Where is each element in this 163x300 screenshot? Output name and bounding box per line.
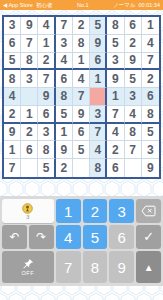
cell-r2c3[interactable]: 1 [38,35,55,53]
cell-r6c8[interactable]: 4 [125,106,142,124]
cell-r1c4[interactable]: 7 [56,17,73,35]
cell-r9c2[interactable] [21,159,38,177]
backspace-button[interactable] [136,199,161,223]
digit-4-button[interactable]: 4 [56,225,81,249]
cell-r7c1[interactable]: 9 [4,124,21,142]
cell-r5c2[interactable] [21,88,38,106]
cell-r2c2[interactable]: 7 [21,35,38,53]
collapse-keypad-button[interactable] [136,251,161,283]
redo-icon [36,231,46,243]
digit-6-button[interactable]: 6 [109,225,134,249]
cell-r6c1[interactable]: 2 [4,106,21,124]
cell-r5c7[interactable]: 1 [107,88,124,106]
cell-r2c9[interactable]: 4 [142,35,159,53]
cell-r3c4[interactable]: 4 [56,53,73,71]
cell-r3c3[interactable]: 2 [38,53,55,71]
cell-r3c5[interactable]: 1 [73,53,90,71]
cell-r7c3[interactable]: 3 [38,124,55,142]
cell-r7c6[interactable]: 7 [90,124,107,142]
cell-r5c9[interactable]: 6 [142,88,159,106]
digit-1-button[interactable]: 1 [56,199,81,223]
mode-label: ノーマル [113,0,135,10]
cell-r6c5[interactable]: 9 [73,106,90,124]
digit-3-button[interactable]: 3 [109,199,134,223]
cell-r6c6[interactable]: 3 [90,106,107,124]
check-icon [143,231,154,243]
header-bar: ◀ App Store 初心者 No.1 ノーマル 00:01:34 [0,0,163,10]
cell-r4c8[interactable]: 5 [125,70,142,88]
cell-r4c7[interactable]: 9 [107,70,124,88]
cell-r1c1[interactable]: 3 [4,17,21,35]
back-to-app-link[interactable]: ◀ App Store [3,0,33,10]
digit-9-button[interactable]: 9 [109,251,134,283]
puzzle-number: No.1 [77,0,89,10]
cell-r2c1[interactable]: 6 [4,35,21,53]
cell-r4c3[interactable]: 7 [38,70,55,88]
keypad-panel: 3 1 2 3 4 5 6 OFF 7 8 9 [0,196,163,286]
cell-r1c9[interactable]: 1 [142,17,159,35]
cell-r9c6[interactable]: 8 [90,159,107,177]
cell-r6c2[interactable]: 1 [21,106,38,124]
cell-r3c1[interactable]: 5 [4,53,21,71]
level-label: 初心者 [36,0,53,10]
cell-r3c8[interactable]: 9 [125,53,142,71]
hint-coin-icon [22,203,33,214]
cell-r7c4[interactable]: 1 [56,124,73,142]
cell-r6c4[interactable]: 5 [56,106,73,124]
cell-r1c8[interactable]: 6 [125,17,142,35]
cell-r7c8[interactable]: 8 [125,124,142,142]
cell-r7c2[interactable]: 2 [21,124,38,142]
cell-r6c9[interactable]: 8 [142,106,159,124]
digit-7-button[interactable]: 7 [56,251,81,283]
cell-r4c5[interactable]: 4 [73,70,90,88]
cell-r8c5[interactable]: 5 [73,141,90,159]
memo-toggle-button[interactable]: OFF [2,251,54,283]
cell-r7c5[interactable]: 6 [73,124,90,142]
cell-r3c6[interactable]: 6 [90,53,107,71]
cell-r8c7[interactable]: 2 [107,141,124,159]
backspace-icon [141,205,156,217]
redo-button[interactable] [29,225,54,249]
cell-r2c6[interactable]: 9 [90,35,107,53]
cell-r2c7[interactable]: 5 [107,35,124,53]
cell-r5c5[interactable]: 7 [73,88,90,106]
cell-r8c4[interactable]: 9 [56,141,73,159]
digit-5-button[interactable]: 5 [83,225,108,249]
cell-r4c9[interactable]: 2 [142,70,159,88]
cell-r8c1[interactable]: 1 [4,141,21,159]
cell-r9c8[interactable] [125,159,142,177]
cell-r8c2[interactable]: 6 [21,141,38,159]
undo-icon [9,231,19,243]
cell-r6c7[interactable]: 7 [107,106,124,124]
cell-r2c8[interactable]: 2 [125,35,142,53]
cell-r9c1[interactable]: 7 [4,159,21,177]
cell-r3c7[interactable]: 3 [107,53,124,71]
cell-r5c6[interactable] [90,88,107,106]
cell-r6c3[interactable]: 6 [38,106,55,124]
hint-button[interactable]: 3 [2,199,54,223]
cell-r8c3[interactable]: 8 [38,141,55,159]
cell-r7c7[interactable]: 4 [107,124,124,142]
cell-r5c3[interactable]: 9 [38,88,55,106]
hint-count: 3 [26,214,29,220]
up-triangle-icon [144,261,154,273]
cell-r9c3[interactable]: 5 [38,159,55,177]
cell-r8c6[interactable]: 4 [90,141,107,159]
cell-r8c9[interactable]: 3 [142,141,159,159]
cell-r9c7[interactable]: 6 [107,159,124,177]
cell-r3c9[interactable]: 7 [142,53,159,71]
cell-r1c7[interactable]: 8 [107,17,124,35]
cell-r1c6[interactable]: 5 [90,17,107,35]
digit-8-button[interactable]: 8 [83,251,108,283]
cell-r1c5[interactable]: 2 [73,17,90,35]
cell-r4c1[interactable]: 8 [4,70,21,88]
cell-r5c8[interactable]: 3 [125,88,142,106]
cell-r4c4[interactable]: 6 [56,70,73,88]
cell-r2c4[interactable]: 3 [56,35,73,53]
timer: 00:01:34 [139,0,160,10]
cell-r7c9[interactable]: 5 [142,124,159,142]
cell-r5c1[interactable]: 4 [4,88,21,106]
cell-r9c5[interactable] [73,159,90,177]
memo-state-label: OFF [22,270,35,276]
sudoku-grid: 3947258616713895245824163978376419524987… [2,15,161,179]
pin-icon [22,258,34,270]
confirm-button[interactable] [136,225,161,249]
cell-r4c6[interactable]: 1 [90,70,107,88]
cell-r3c2[interactable]: 8 [21,53,38,71]
cell-r8c8[interactable]: 7 [125,141,142,159]
cell-r9c4[interactable]: 2 [56,159,73,177]
cell-r5c4[interactable]: 8 [56,88,73,106]
undo-button[interactable] [2,225,27,249]
cell-r1c3[interactable]: 4 [38,17,55,35]
cell-r9c9[interactable]: 9 [142,159,159,177]
cell-r1c2[interactable]: 9 [21,17,38,35]
digit-2-button[interactable]: 2 [83,199,108,223]
cell-r2c5[interactable]: 8 [73,35,90,53]
cell-r4c2[interactable]: 3 [21,70,38,88]
